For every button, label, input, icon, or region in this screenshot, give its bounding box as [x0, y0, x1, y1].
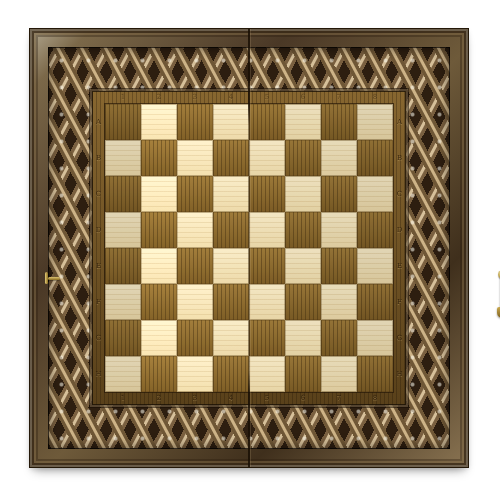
- coord-label-right-A: A: [393, 104, 406, 140]
- square-D1[interactable]: [105, 212, 141, 248]
- square-H5[interactable]: [249, 356, 285, 392]
- coord-label-bottom-7: 7: [321, 392, 357, 405]
- square-E4[interactable]: [213, 248, 249, 284]
- square-B4[interactable]: [213, 140, 249, 176]
- square-G7[interactable]: [321, 320, 357, 356]
- square-C3[interactable]: [177, 176, 213, 212]
- coord-label-bottom-3: 3: [177, 392, 213, 405]
- square-H8[interactable]: [357, 356, 393, 392]
- square-H6[interactable]: [285, 356, 321, 392]
- square-A8[interactable]: [357, 104, 393, 140]
- square-E1[interactable]: [105, 248, 141, 284]
- coord-label-left-E: E: [92, 248, 105, 284]
- square-F5[interactable]: [249, 284, 285, 320]
- coord-label-top-1: 1: [105, 91, 141, 104]
- square-F3[interactable]: [177, 284, 213, 320]
- square-D5[interactable]: [249, 212, 285, 248]
- fold-seam: [248, 29, 250, 467]
- coord-label-bottom-4: 4: [213, 392, 249, 405]
- square-A7[interactable]: [321, 104, 357, 140]
- square-H2[interactable]: [141, 356, 177, 392]
- square-E8[interactable]: [357, 248, 393, 284]
- coord-label-top-7: 7: [321, 91, 357, 104]
- square-H7[interactable]: [321, 356, 357, 392]
- brass-latch-icon: [494, 269, 500, 321]
- coord-label-right-F: F: [393, 284, 406, 320]
- square-B7[interactable]: [321, 140, 357, 176]
- square-G3[interactable]: [177, 320, 213, 356]
- square-G4[interactable]: [213, 320, 249, 356]
- square-B5[interactable]: [249, 140, 285, 176]
- coord-label-bottom-1: 1: [105, 392, 141, 405]
- square-G2[interactable]: [141, 320, 177, 356]
- square-G8[interactable]: [357, 320, 393, 356]
- coord-label-top-2: 2: [141, 91, 177, 104]
- product-photo: 12345678 12345678 ABCDEFGH ABCDEFGH: [0, 0, 500, 500]
- square-F7[interactable]: [321, 284, 357, 320]
- square-C7[interactable]: [321, 176, 357, 212]
- coord-label-left-G: G: [92, 320, 105, 356]
- square-D8[interactable]: [357, 212, 393, 248]
- coord-label-right-E: E: [393, 248, 406, 284]
- square-C8[interactable]: [357, 176, 393, 212]
- square-E5[interactable]: [249, 248, 285, 284]
- square-H1[interactable]: [105, 356, 141, 392]
- pin-shaft: [48, 277, 60, 280]
- square-F4[interactable]: [213, 284, 249, 320]
- square-D7[interactable]: [321, 212, 357, 248]
- square-F2[interactable]: [141, 284, 177, 320]
- coord-label-left-F: F: [92, 284, 105, 320]
- coord-label-top-5: 5: [249, 91, 285, 104]
- coord-label-bottom-2: 2: [141, 392, 177, 405]
- square-G5[interactable]: [249, 320, 285, 356]
- coords-right: ABCDEFGH: [393, 104, 406, 392]
- square-D4[interactable]: [213, 212, 249, 248]
- square-A4[interactable]: [213, 104, 249, 140]
- square-A5[interactable]: [249, 104, 285, 140]
- coord-label-right-H: H: [393, 356, 406, 392]
- coord-label-left-H: H: [92, 356, 105, 392]
- coord-label-bottom-5: 5: [249, 392, 285, 405]
- coord-label-right-G: G: [393, 320, 406, 356]
- square-A6[interactable]: [285, 104, 321, 140]
- coord-label-left-D: D: [92, 212, 105, 248]
- square-D6[interactable]: [285, 212, 321, 248]
- coord-label-left-A: A: [92, 104, 105, 140]
- coord-label-bottom-8: 8: [357, 392, 393, 405]
- square-E3[interactable]: [177, 248, 213, 284]
- coord-label-bottom-6: 6: [285, 392, 321, 405]
- chess-board-box: 12345678 12345678 ABCDEFGH ABCDEFGH: [30, 29, 468, 467]
- coord-label-left-C: C: [92, 176, 105, 212]
- coord-label-right-D: D: [393, 212, 406, 248]
- square-G1[interactable]: [105, 320, 141, 356]
- square-C4[interactable]: [213, 176, 249, 212]
- square-F6[interactable]: [285, 284, 321, 320]
- square-G6[interactable]: [285, 320, 321, 356]
- coord-label-left-B: B: [92, 140, 105, 176]
- coord-label-top-6: 6: [285, 91, 321, 104]
- brass-pin-icon: [44, 271, 61, 286]
- square-H3[interactable]: [177, 356, 213, 392]
- coord-label-top-8: 8: [357, 91, 393, 104]
- square-A2[interactable]: [141, 104, 177, 140]
- coord-label-right-B: B: [393, 140, 406, 176]
- coord-label-top-3: 3: [177, 91, 213, 104]
- square-C5[interactable]: [249, 176, 285, 212]
- coord-label-right-C: C: [393, 176, 406, 212]
- square-D2[interactable]: [141, 212, 177, 248]
- square-B8[interactable]: [357, 140, 393, 176]
- square-F1[interactable]: [105, 284, 141, 320]
- square-B2[interactable]: [141, 140, 177, 176]
- square-E6[interactable]: [285, 248, 321, 284]
- square-H4[interactable]: [213, 356, 249, 392]
- square-F8[interactable]: [357, 284, 393, 320]
- square-B3[interactable]: [177, 140, 213, 176]
- coords-left: ABCDEFGH: [92, 104, 105, 392]
- square-C6[interactable]: [285, 176, 321, 212]
- square-C2[interactable]: [141, 176, 177, 212]
- coord-label-top-4: 4: [213, 91, 249, 104]
- square-B6[interactable]: [285, 140, 321, 176]
- square-B1[interactable]: [105, 140, 141, 176]
- square-D3[interactable]: [177, 212, 213, 248]
- square-C1[interactable]: [105, 176, 141, 212]
- square-E7[interactable]: [321, 248, 357, 284]
- square-A3[interactable]: [177, 104, 213, 140]
- square-A1[interactable]: [105, 104, 141, 140]
- square-E2[interactable]: [141, 248, 177, 284]
